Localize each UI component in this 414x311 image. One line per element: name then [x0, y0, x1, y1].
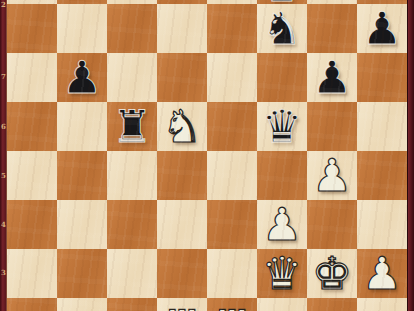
square-e3[interactable]	[207, 200, 257, 249]
square-b4[interactable]	[57, 151, 107, 200]
chess-board: ♚♞♟♟♟♜♞♛♟♟♛♚♟♜♜	[7, 0, 407, 311]
square-h7[interactable]: ♟	[357, 4, 407, 53]
rank-label-7: 7	[0, 72, 7, 82]
black-rook-piece: ♜	[112, 102, 152, 151]
square-d1[interactable]: ♜	[157, 298, 207, 311]
white-rook-piece: ♜	[212, 302, 252, 311]
square-d4[interactable]	[157, 151, 207, 200]
square-b1[interactable]	[57, 298, 107, 311]
square-c2[interactable]	[107, 249, 157, 298]
square-h4[interactable]	[357, 151, 407, 200]
square-c1[interactable]	[107, 298, 157, 311]
black-queen-piece: ♛	[262, 102, 302, 151]
white-pawn-piece: ♟	[362, 249, 402, 298]
rank-label-2: 2	[0, 0, 7, 10]
square-g6[interactable]: ♟	[307, 53, 357, 102]
square-c4[interactable]	[107, 151, 157, 200]
square-c6[interactable]	[107, 53, 157, 102]
square-b3[interactable]	[57, 200, 107, 249]
square-a2[interactable]	[7, 249, 57, 298]
black-pawn-piece: ♟	[362, 4, 402, 53]
square-a5[interactable]	[7, 102, 57, 151]
white-knight-piece: ♞	[162, 102, 202, 151]
square-c7[interactable]	[107, 4, 157, 53]
board-frame-right	[407, 0, 414, 311]
square-a4[interactable]	[7, 151, 57, 200]
square-f7[interactable]: ♞	[257, 4, 307, 53]
square-c3[interactable]	[107, 200, 157, 249]
square-b7[interactable]	[57, 4, 107, 53]
rank-label-3: 3	[0, 268, 7, 278]
square-g2[interactable]: ♚	[307, 249, 357, 298]
white-queen-piece: ♛	[262, 249, 302, 298]
square-c5[interactable]: ♜	[107, 102, 157, 151]
square-h5[interactable]	[357, 102, 407, 151]
square-e5[interactable]	[207, 102, 257, 151]
rank-label-6: 6	[0, 122, 7, 132]
rank-label-4: 4	[0, 220, 7, 230]
board-frame-left: 765432	[0, 0, 7, 311]
black-pawn-piece: ♟	[312, 53, 352, 102]
square-a1[interactable]	[7, 298, 57, 311]
black-knight-piece: ♞	[262, 4, 302, 53]
white-king-piece: ♚	[312, 249, 352, 298]
square-f4[interactable]	[257, 151, 307, 200]
square-g1[interactable]	[307, 298, 357, 311]
square-g3[interactable]	[307, 200, 357, 249]
square-a7[interactable]	[7, 4, 57, 53]
square-g7[interactable]	[307, 4, 357, 53]
square-h2[interactable]: ♟	[357, 249, 407, 298]
square-f2[interactable]: ♛	[257, 249, 307, 298]
square-d5[interactable]: ♞	[157, 102, 207, 151]
white-pawn-piece: ♟	[312, 151, 352, 200]
white-pawn-piece: ♟	[262, 200, 302, 249]
square-b5[interactable]	[57, 102, 107, 151]
square-e1[interactable]: ♜	[207, 298, 257, 311]
square-d6[interactable]	[157, 53, 207, 102]
square-h6[interactable]	[357, 53, 407, 102]
square-b2[interactable]	[57, 249, 107, 298]
square-e6[interactable]	[207, 53, 257, 102]
rank-label-5: 5	[0, 171, 7, 181]
square-f1[interactable]	[257, 298, 307, 311]
square-a3[interactable]	[7, 200, 57, 249]
square-h1[interactable]	[357, 298, 407, 311]
square-e4[interactable]	[207, 151, 257, 200]
square-g5[interactable]	[307, 102, 357, 151]
square-d2[interactable]	[157, 249, 207, 298]
square-e2[interactable]	[207, 249, 257, 298]
square-e7[interactable]	[207, 4, 257, 53]
square-d3[interactable]	[157, 200, 207, 249]
black-pawn-piece: ♟	[62, 53, 102, 102]
white-rook-piece: ♜	[162, 302, 202, 311]
square-f3[interactable]: ♟	[257, 200, 307, 249]
square-f6[interactable]	[257, 53, 307, 102]
square-a6[interactable]	[7, 53, 57, 102]
square-d7[interactable]	[157, 4, 207, 53]
square-b6[interactable]: ♟	[57, 53, 107, 102]
square-f5[interactable]: ♛	[257, 102, 307, 151]
square-h3[interactable]	[357, 200, 407, 249]
chess-board-screenshot: ♚♞♟♟♟♜♞♛♟♟♛♚♟♜♜ 765432	[0, 0, 414, 311]
square-g4[interactable]: ♟	[307, 151, 357, 200]
